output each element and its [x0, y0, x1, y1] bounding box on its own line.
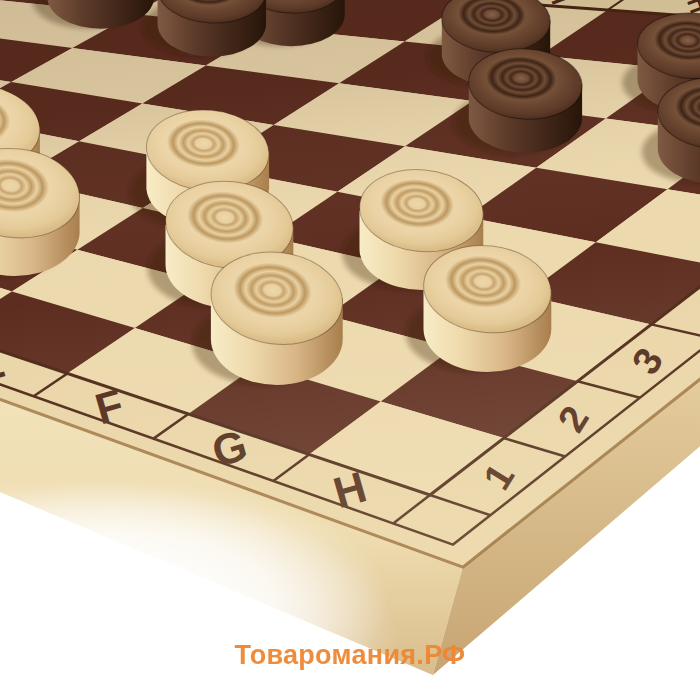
watermark: Товаромания.РФ: [235, 640, 466, 671]
checkers-board: AABBCCDDEEFFGGHH1122334455667788: [0, 0, 700, 700]
product-photo-stage: AABBCCDDEEFFGGHH1122334455667788 Товаром…: [0, 0, 700, 700]
